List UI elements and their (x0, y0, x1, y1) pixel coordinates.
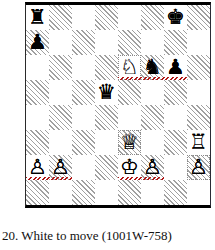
white-king[interactable]: ♔ (120, 155, 139, 180)
square-e3[interactable]: ♕ (118, 130, 141, 155)
square-e5[interactable] (118, 80, 141, 105)
square-b1[interactable] (49, 180, 72, 205)
square-c1[interactable] (72, 180, 95, 205)
black-queen[interactable]: ♛ (97, 80, 116, 105)
square-e7[interactable] (118, 30, 141, 55)
page: ♜♚♟♘♞♟♛♕♖♙♙♔♙♙ 20. White to move (1001W-… (0, 0, 215, 250)
white-pawn[interactable]: ♙ (51, 155, 70, 180)
square-f2[interactable]: ♙ (141, 155, 164, 180)
square-h1[interactable] (187, 180, 210, 205)
black-king[interactable]: ♚ (166, 5, 185, 30)
white-pawn[interactable]: ♙ (189, 155, 208, 180)
square-d2[interactable] (95, 155, 118, 180)
white-queen[interactable]: ♕ (120, 130, 139, 155)
black-pawn[interactable]: ♟ (28, 30, 47, 55)
square-b8[interactable] (49, 5, 72, 30)
chess-board-frame: ♜♚♟♘♞♟♛♕♖♙♙♔♙♙ (25, 2, 211, 208)
square-h6[interactable] (187, 55, 210, 80)
white-pawn[interactable]: ♙ (28, 155, 47, 180)
square-c7[interactable] (72, 30, 95, 55)
black-knight[interactable]: ♞ (143, 55, 162, 80)
square-a6[interactable] (26, 55, 49, 80)
white-rook[interactable]: ♖ (189, 130, 208, 155)
square-b7[interactable] (49, 30, 72, 55)
square-f8[interactable] (141, 5, 164, 30)
square-h8[interactable] (187, 5, 210, 30)
square-e2[interactable]: ♔ (118, 155, 141, 180)
square-c2[interactable] (72, 155, 95, 180)
square-h3[interactable]: ♖ (187, 130, 210, 155)
square-b5[interactable] (49, 80, 72, 105)
square-g4[interactable] (164, 105, 187, 130)
square-d1[interactable] (95, 180, 118, 205)
square-g2[interactable] (164, 155, 187, 180)
square-g8[interactable]: ♚ (164, 5, 187, 30)
square-d4[interactable] (95, 105, 118, 130)
square-f6[interactable]: ♞ (141, 55, 164, 80)
square-g5[interactable] (164, 80, 187, 105)
square-b6[interactable] (49, 55, 72, 80)
square-c4[interactable] (72, 105, 95, 130)
square-a7[interactable]: ♟ (26, 30, 49, 55)
square-e1[interactable] (118, 180, 141, 205)
square-h4[interactable] (187, 105, 210, 130)
square-a4[interactable] (26, 105, 49, 130)
square-h2[interactable]: ♙ (187, 155, 210, 180)
square-a3[interactable] (26, 130, 49, 155)
square-e6[interactable]: ♘ (118, 55, 141, 80)
square-d5[interactable]: ♛ (95, 80, 118, 105)
black-pawn[interactable]: ♟ (166, 55, 185, 80)
black-rook[interactable]: ♜ (28, 5, 47, 30)
square-h7[interactable] (187, 30, 210, 55)
square-c6[interactable] (72, 55, 95, 80)
square-d7[interactable] (95, 30, 118, 55)
square-a5[interactable] (26, 80, 49, 105)
square-f5[interactable] (141, 80, 164, 105)
square-b3[interactable] (49, 130, 72, 155)
square-b2[interactable]: ♙ (49, 155, 72, 180)
square-f4[interactable] (141, 105, 164, 130)
square-g3[interactable] (164, 130, 187, 155)
square-d3[interactable] (95, 130, 118, 155)
square-e4[interactable] (118, 105, 141, 130)
square-d6[interactable] (95, 55, 118, 80)
square-b4[interactable] (49, 105, 72, 130)
square-a2[interactable]: ♙ (26, 155, 49, 180)
square-f7[interactable] (141, 30, 164, 55)
square-g1[interactable] (164, 180, 187, 205)
square-d8[interactable] (95, 5, 118, 30)
white-pawn[interactable]: ♙ (143, 155, 162, 180)
chess-board: ♜♚♟♘♞♟♛♕♖♙♙♔♙♙ (26, 5, 210, 205)
square-f1[interactable] (141, 180, 164, 205)
square-h5[interactable] (187, 80, 210, 105)
diagram-caption: 20. White to move (1001W-758) (2, 228, 213, 244)
white-knight[interactable]: ♘ (120, 55, 139, 80)
square-f3[interactable] (141, 130, 164, 155)
square-e8[interactable] (118, 5, 141, 30)
square-a1[interactable] (26, 180, 49, 205)
square-c8[interactable] (72, 5, 95, 30)
square-g6[interactable]: ♟ (164, 55, 187, 80)
square-c3[interactable] (72, 130, 95, 155)
square-c5[interactable] (72, 80, 95, 105)
square-g7[interactable] (164, 30, 187, 55)
square-a8[interactable]: ♜ (26, 5, 49, 30)
